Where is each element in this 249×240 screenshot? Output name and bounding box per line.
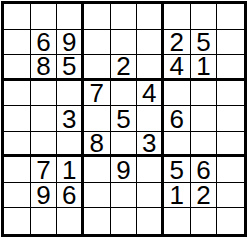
cell-r5c6[interactable]: [137, 106, 164, 132]
cell-r2c1[interactable]: [4, 30, 31, 56]
cell-r4c7[interactable]: [164, 81, 191, 107]
cell-r4c2[interactable]: [31, 81, 58, 107]
cell-r7c8[interactable]: 6: [191, 157, 218, 183]
cell-r3c3[interactable]: 5: [57, 55, 84, 81]
cell-r9c7[interactable]: [164, 208, 191, 234]
cell-r8c4[interactable]: [84, 183, 111, 209]
cell-r6c7[interactable]: [164, 132, 191, 158]
cell-r1c3[interactable]: [57, 4, 84, 30]
cell-r5c3[interactable]: 3: [57, 106, 84, 132]
cell-r4c9[interactable]: [217, 81, 244, 107]
cell-r5c1[interactable]: [4, 106, 31, 132]
cell-r8c1[interactable]: [4, 183, 31, 209]
cell-r8c5[interactable]: [111, 183, 138, 209]
cell-r2c8[interactable]: 5: [191, 30, 218, 56]
cell-r6c1[interactable]: [4, 132, 31, 158]
cell-r9c1[interactable]: [4, 208, 31, 234]
cell-r1c6[interactable]: [137, 4, 164, 30]
cell-r7c9[interactable]: [217, 157, 244, 183]
cell-r3c4[interactable]: [84, 55, 111, 81]
cell-r7c7[interactable]: 5: [164, 157, 191, 183]
cell-r7c4[interactable]: [84, 157, 111, 183]
cell-r4c3[interactable]: [57, 81, 84, 107]
cell-r9c9[interactable]: [217, 208, 244, 234]
cell-r1c4[interactable]: [84, 4, 111, 30]
cell-r4c4[interactable]: 7: [84, 81, 111, 107]
cell-r8c3[interactable]: 6: [57, 183, 84, 209]
cell-r8c8[interactable]: 2: [191, 183, 218, 209]
cell-r6c8[interactable]: [191, 132, 218, 158]
cell-r5c5[interactable]: 5: [111, 106, 138, 132]
cell-r8c6[interactable]: [137, 183, 164, 209]
cell-r1c7[interactable]: [164, 4, 191, 30]
cell-r9c4[interactable]: [84, 208, 111, 234]
cell-r8c2[interactable]: 9: [31, 183, 58, 209]
cell-r9c2[interactable]: [31, 208, 58, 234]
cell-r9c8[interactable]: [191, 208, 218, 234]
cell-r9c5[interactable]: [111, 208, 138, 234]
cell-r6c6[interactable]: 3: [137, 132, 164, 158]
sudoku-board: 69 25 85 2 41 7 4 3 5 6 8 3 71 9 56 96 1…: [1, 1, 247, 237]
cell-r6c9[interactable]: [217, 132, 244, 158]
cell-r4c6[interactable]: 4: [137, 81, 164, 107]
cell-r7c2[interactable]: 7: [31, 157, 58, 183]
cell-r9c3[interactable]: [57, 208, 84, 234]
cell-r4c8[interactable]: [191, 81, 218, 107]
cell-r5c4[interactable]: [84, 106, 111, 132]
cell-r4c1[interactable]: [4, 81, 31, 107]
cell-r1c9[interactable]: [217, 4, 244, 30]
cell-r3c7[interactable]: 4: [164, 55, 191, 81]
cell-r5c8[interactable]: [191, 106, 218, 132]
cell-r8c9[interactable]: [217, 183, 244, 209]
cell-r3c1[interactable]: [4, 55, 31, 81]
cell-r2c2[interactable]: 6: [31, 30, 58, 56]
cell-r8c7[interactable]: 1: [164, 183, 191, 209]
cell-r2c4[interactable]: [84, 30, 111, 56]
cell-r1c8[interactable]: [191, 4, 218, 30]
cell-r5c7[interactable]: 6: [164, 106, 191, 132]
cell-r3c6[interactable]: [137, 55, 164, 81]
cell-r2c6[interactable]: [137, 30, 164, 56]
cell-r1c5[interactable]: [111, 4, 138, 30]
cell-r7c1[interactable]: [4, 157, 31, 183]
cell-r3c8[interactable]: 1: [191, 55, 218, 81]
cell-r2c7[interactable]: 2: [164, 30, 191, 56]
cell-r1c2[interactable]: [31, 4, 58, 30]
cell-r7c3[interactable]: 1: [57, 157, 84, 183]
cell-r9c6[interactable]: [137, 208, 164, 234]
cell-r3c9[interactable]: [217, 55, 244, 81]
cell-r7c5[interactable]: 9: [111, 157, 138, 183]
cell-r6c5[interactable]: [111, 132, 138, 158]
cell-r6c3[interactable]: [57, 132, 84, 158]
cell-r6c2[interactable]: [31, 132, 58, 158]
cell-r1c1[interactable]: [4, 4, 31, 30]
cell-r3c2[interactable]: 8: [31, 55, 58, 81]
cell-r2c5[interactable]: [111, 30, 138, 56]
cell-r3c5[interactable]: 2: [111, 55, 138, 81]
cell-r2c3[interactable]: 9: [57, 30, 84, 56]
cell-r2c9[interactable]: [217, 30, 244, 56]
cell-r5c9[interactable]: [217, 106, 244, 132]
cell-r6c4[interactable]: 8: [84, 132, 111, 158]
cell-r4c5[interactable]: [111, 81, 138, 107]
cell-r7c6[interactable]: [137, 157, 164, 183]
cell-r5c2[interactable]: [31, 106, 58, 132]
